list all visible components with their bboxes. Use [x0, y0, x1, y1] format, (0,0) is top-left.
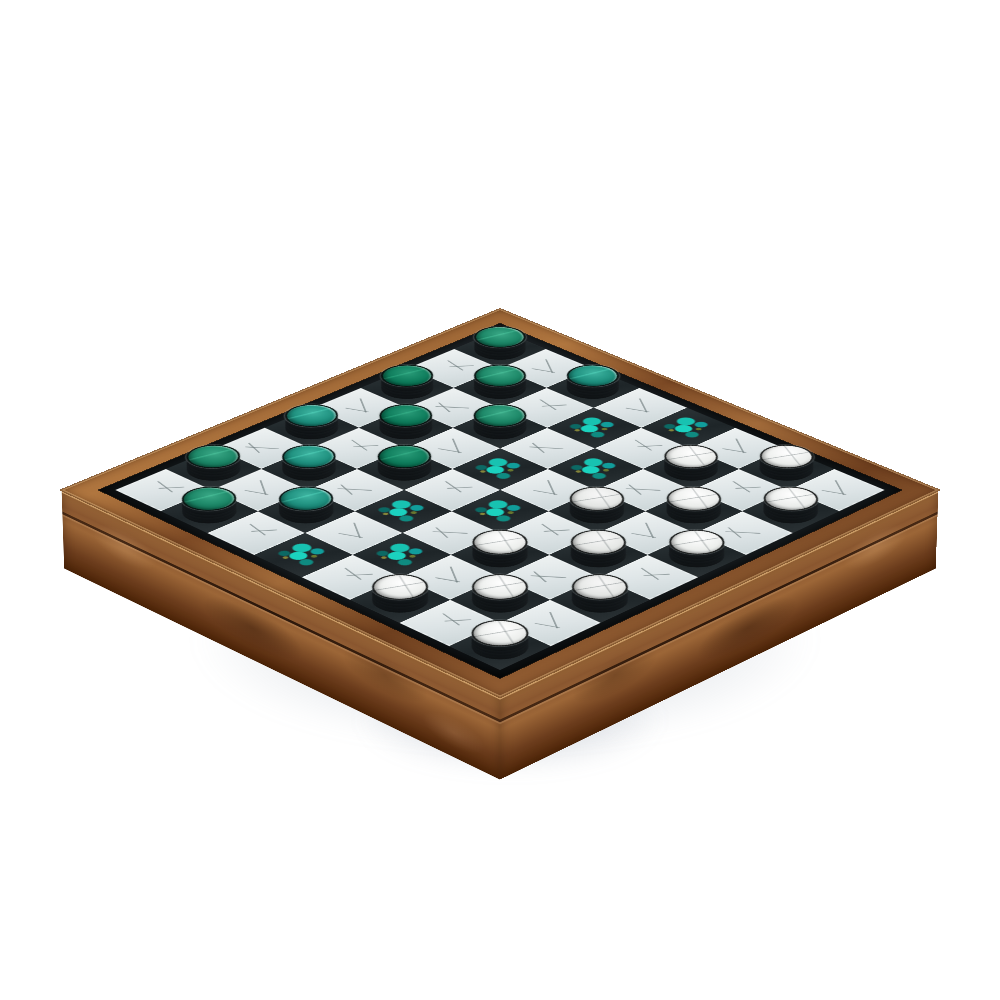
checkers-box — [62, 309, 939, 697]
square-r5c3[interactable] — [355, 490, 452, 533]
perspective-wrapper — [0, 0, 1000, 1000]
product-photo-stage — [0, 0, 1000, 1000]
white-checker[interactable] — [460, 628, 540, 665]
box-top-face-wood-frame — [62, 309, 939, 697]
white-checker[interactable] — [461, 537, 539, 572]
white-checker[interactable] — [752, 494, 829, 528]
square-r3c7[interactable] — [647, 533, 745, 577]
square-r0c2[interactable] — [546, 368, 639, 407]
square-r2c0[interactable] — [361, 368, 454, 407]
square-r4c4[interactable] — [452, 490, 549, 533]
square-r1c7[interactable] — [742, 490, 839, 533]
